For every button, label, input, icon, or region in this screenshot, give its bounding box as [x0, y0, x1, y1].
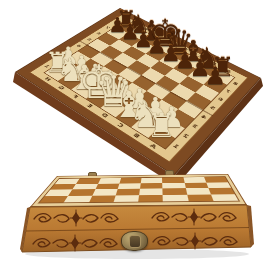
box-top-square [113, 195, 139, 202]
chess-set-photo: ABCDEFGH ABCDEFGH 87654321 87654321 ♜♟♞♟… [0, 0, 265, 265]
box-top-checkerboard [30, 174, 247, 207]
box-top-square [89, 195, 116, 202]
latch-clasp [121, 231, 148, 251]
box-top-square [163, 194, 188, 201]
box-top-squares [40, 177, 239, 203]
open-chessboard-scene: ABCDEFGH ABCDEFGH 87654321 87654321 ♜♟♞♟… [0, 0, 265, 265]
latch-hook [129, 235, 141, 248]
box-top-square [138, 195, 163, 202]
box-top-square [187, 194, 214, 201]
box-top-square [211, 194, 239, 201]
